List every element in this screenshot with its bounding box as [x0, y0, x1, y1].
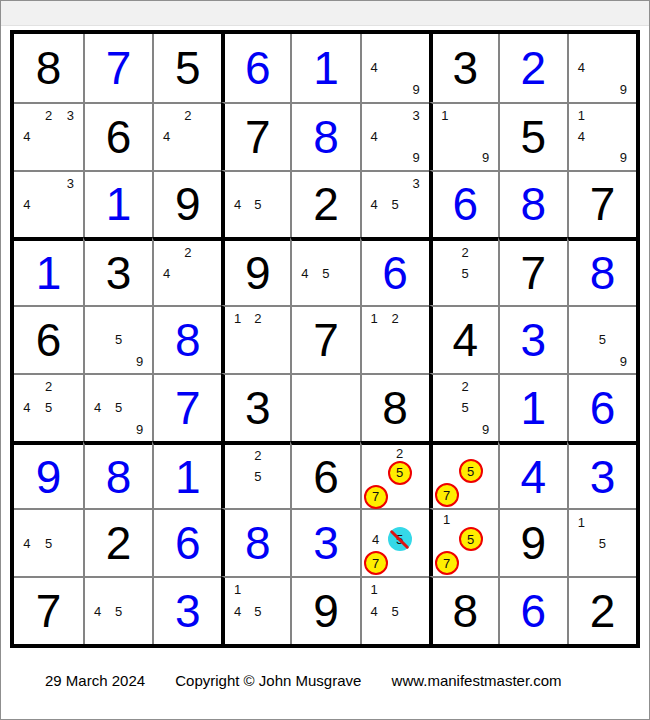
cell-r2c8[interactable]: 5	[498, 102, 567, 170]
cell-r8c8[interactable]: 9	[498, 508, 567, 576]
cell-r1c6[interactable]: 49	[360, 34, 429, 102]
candidate-slot-4	[435, 459, 459, 483]
candidate-slot-6	[613, 533, 634, 554]
candidate-slot-6	[198, 126, 219, 147]
candidate-5: 5	[42, 400, 56, 415]
candidate-5-cyan-eliminated: 5	[388, 527, 412, 551]
pencil-marks: 234	[14, 104, 83, 170]
candidate-slot-2	[592, 308, 613, 329]
candidate-slot-5	[592, 126, 613, 147]
cell-r3c7[interactable]: 6	[429, 170, 498, 238]
candidate-slot-3	[475, 376, 495, 397]
candidate-5: 5	[42, 536, 56, 551]
candidate-slot-6	[59, 397, 81, 418]
pencil-marks: 145	[225, 578, 290, 644]
candidate-slot-1: 1	[227, 579, 247, 600]
candidate-slot-8	[248, 215, 268, 236]
big-digit: 7	[569, 172, 636, 238]
cell-r2c3[interactable]: 24	[152, 102, 221, 170]
candidate-slot-3	[475, 105, 495, 126]
cell-r1c4[interactable]: 6	[221, 34, 290, 102]
cell-r1c8[interactable]: 2	[498, 34, 567, 102]
cell-r6c8[interactable]: 1	[498, 373, 567, 441]
candidate-slot-9	[268, 215, 288, 236]
candidate-4: 4	[369, 532, 383, 547]
big-digit: 1	[14, 241, 83, 305]
candidate-slot-5: 5	[248, 466, 268, 487]
candidate-slot-8	[108, 418, 129, 439]
big-digit: 5	[154, 34, 221, 102]
candidate-slot-2	[38, 511, 60, 532]
cell-r8c7[interactable]: 157	[429, 508, 498, 576]
candidate-slot-9	[59, 554, 81, 575]
candidate-4: 4	[367, 60, 381, 75]
cell-r9c2[interactable]: 45	[83, 576, 152, 644]
pencil-marks: 345	[362, 172, 429, 238]
candidate-slot-7	[294, 284, 315, 305]
candidate-4: 4	[20, 400, 34, 415]
pencil-marks: 459	[85, 375, 152, 441]
candidate-slot-1	[87, 376, 108, 397]
big-digit: 7	[14, 578, 83, 644]
cell-r4c5[interactable]: 45	[290, 237, 359, 305]
candidate-slot-6	[406, 329, 427, 350]
candidate-slot-6	[412, 461, 427, 485]
candidate-slot-4: 4	[364, 126, 385, 147]
candidate-slot-7	[571, 351, 592, 372]
candidate-4: 4	[231, 604, 245, 619]
cell-r8c6[interactable]: 457	[360, 508, 429, 576]
candidate-slot-6	[129, 397, 150, 418]
candidate-slot-7	[364, 351, 385, 372]
candidate-slot-9	[412, 551, 427, 575]
candidate-slot-2: 2	[38, 105, 60, 126]
candidate-5-yellow-circle: 5	[459, 527, 483, 551]
candidate-slot-8	[248, 622, 268, 643]
candidate-slot-1: 1	[364, 308, 385, 329]
cell-r1c1[interactable]: 8	[14, 34, 83, 102]
candidate-slot-9: 9	[475, 147, 495, 168]
candidate-2: 2	[458, 245, 472, 260]
cell-r2c5[interactable]: 8	[290, 102, 359, 170]
cell-r5c7[interactable]: 4	[429, 305, 498, 373]
candidate-9: 9	[479, 422, 493, 437]
cell-r8c2[interactable]: 2	[83, 508, 152, 576]
candidate-slot-1	[435, 376, 455, 397]
candidate-slot-7: 7	[435, 551, 459, 575]
cell-r7c4[interactable]: 25	[221, 441, 290, 509]
candidate-slot-6	[129, 329, 150, 350]
candidate-slot-4: 4	[156, 263, 177, 284]
big-digit: 8	[362, 375, 429, 441]
candidate-slot-8	[108, 351, 129, 372]
cell-r5c8[interactable]: 3	[498, 305, 567, 373]
candidate-slot-3	[268, 308, 288, 329]
pencil-marks: 12	[225, 307, 290, 373]
candidate-5-yellow-circle: 5	[459, 459, 483, 483]
candidate-1: 1	[367, 311, 381, 326]
pencil-marks: 59	[85, 307, 152, 373]
candidate-slot-8	[455, 418, 475, 439]
candidate-5: 5	[458, 400, 472, 415]
candidate-1: 1	[574, 515, 588, 530]
candidate-slot-1	[364, 35, 385, 57]
candidate-slot-2	[385, 579, 406, 600]
candidate-slot-7: 7	[364, 485, 388, 509]
cell-r6c2[interactable]: 459	[83, 373, 152, 441]
cell-r8c1[interactable]: 45	[14, 508, 83, 576]
cell-r7c2[interactable]: 8	[83, 441, 152, 509]
candidate-slot-8	[248, 351, 268, 372]
candidate-slot-1: 1	[364, 579, 385, 600]
candidate-slot-9	[198, 284, 219, 305]
candidate-slot-8	[177, 284, 198, 305]
candidate-slot-8	[385, 79, 406, 101]
big-digit: 3	[569, 445, 636, 509]
candidate-5: 5	[458, 266, 472, 281]
candidate-5: 5	[388, 604, 402, 619]
candidate-slot-2: 2	[177, 105, 198, 126]
candidate-2: 2	[393, 446, 407, 461]
cell-r2c4[interactable]: 7	[221, 102, 290, 170]
cell-r5c1[interactable]: 6	[14, 305, 83, 373]
cell-r1c9[interactable]: 49	[567, 34, 636, 102]
cell-r9c3[interactable]: 3	[152, 576, 221, 644]
cell-r7c1[interactable]: 9	[14, 441, 83, 509]
cell-r4c6[interactable]: 6	[360, 237, 429, 305]
candidate-4: 4	[91, 400, 105, 415]
candidate-slot-3	[129, 308, 150, 329]
candidate-2: 2	[251, 311, 265, 326]
candidate-slot-9	[475, 284, 495, 305]
cell-r1c7[interactable]: 3	[429, 34, 498, 102]
candidate-slot-2	[459, 446, 483, 460]
candidate-slot-3: 3	[59, 173, 81, 194]
candidate-2: 2	[42, 108, 56, 123]
candidate-1: 1	[367, 582, 381, 597]
candidate-slot-4: 4	[364, 527, 388, 551]
cell-r8c4[interactable]: 8	[221, 508, 290, 576]
cell-r5c5[interactable]: 7	[290, 305, 359, 373]
candidate-slot-7	[364, 215, 385, 236]
cell-r9c6[interactable]: 145	[360, 576, 429, 644]
cell-r7c7[interactable]: 57	[429, 441, 498, 509]
cell-r2c1[interactable]: 234	[14, 102, 83, 170]
candidate-7-yellow-circle: 7	[364, 485, 388, 509]
candidate-9: 9	[616, 354, 630, 369]
candidate-slot-1: 1	[571, 511, 592, 532]
candidate-slot-8	[385, 622, 406, 643]
big-digit: 3	[85, 241, 152, 305]
candidate-slot-2	[385, 35, 406, 57]
big-digit: 9	[154, 172, 221, 238]
footer-copyright: Copyright © John Musgrave	[175, 672, 361, 689]
big-digit: 8	[292, 104, 359, 170]
candidate-slot-1	[156, 105, 177, 126]
candidate-slot-9	[268, 351, 288, 372]
big-digit: 9	[14, 445, 83, 509]
cell-r7c8[interactable]: 4	[498, 441, 567, 509]
candidate-2: 2	[181, 108, 195, 123]
cell-r3c6[interactable]: 345	[360, 170, 429, 238]
cell-r2c7[interactable]: 19	[429, 102, 498, 170]
candidate-slot-2	[592, 35, 613, 57]
cell-r2c6[interactable]: 349	[360, 102, 429, 170]
cell-r5c2[interactable]: 59	[83, 305, 152, 373]
candidate-slot-8	[248, 487, 268, 508]
big-digit: 2	[500, 34, 567, 102]
big-digit: 9	[500, 510, 567, 576]
candidate-slot-8	[385, 215, 406, 236]
big-digit: 3	[154, 578, 221, 644]
candidate-slot-1	[364, 511, 388, 527]
candidate-slot-1	[227, 173, 247, 194]
cell-r6c6[interactable]: 8	[360, 373, 429, 441]
cell-r2c9[interactable]: 149	[567, 102, 636, 170]
candidate-slot-4: 4	[156, 126, 177, 147]
candidate-slot-6	[268, 194, 288, 215]
candidate-slot-8	[177, 147, 198, 168]
pencil-marks: 157	[433, 510, 498, 576]
cell-r3c1[interactable]: 34	[14, 170, 83, 238]
candidate-slot-1	[156, 242, 177, 263]
cell-r7c3[interactable]: 1	[152, 441, 221, 509]
pencil-marks: 49	[362, 34, 429, 102]
cell-r4c2[interactable]: 3	[83, 237, 152, 305]
cell-r5c3[interactable]: 8	[152, 305, 221, 373]
candidate-slot-5: 5	[108, 329, 129, 350]
cell-r4c3[interactable]: 24	[152, 237, 221, 305]
candidate-slot-4: 4	[87, 397, 108, 418]
cell-r9c7[interactable]: 8	[429, 576, 498, 644]
candidate-slot-8	[459, 483, 483, 507]
candidate-5: 5	[595, 536, 609, 551]
candidate-slot-8	[385, 147, 406, 168]
candidate-slot-3	[198, 242, 219, 263]
cell-r9c1[interactable]: 7	[14, 576, 83, 644]
big-digit: 2	[85, 510, 152, 576]
candidate-slot-3	[268, 579, 288, 600]
candidate-slot-4: 4	[571, 57, 592, 79]
candidate-slot-4	[435, 263, 455, 284]
cell-r9c4[interactable]: 145	[221, 576, 290, 644]
candidate-slot-5: 5	[248, 194, 268, 215]
cell-r6c4[interactable]: 3	[221, 373, 290, 441]
candidate-slot-3	[129, 579, 150, 600]
candidate-slot-6	[613, 126, 634, 147]
candidate-slot-3: 3	[406, 173, 427, 194]
cell-r7c9[interactable]: 3	[567, 441, 636, 509]
cell-r6c9[interactable]: 6	[567, 373, 636, 441]
cell-r5c6[interactable]: 12	[360, 305, 429, 373]
candidate-slot-3: 3	[406, 105, 427, 126]
pencil-marks: 12	[362, 307, 429, 373]
big-digit: 6	[85, 104, 152, 170]
candidate-slot-5: 5	[455, 263, 475, 284]
cell-r3c3[interactable]: 9	[152, 170, 221, 238]
candidate-slot-3	[129, 376, 150, 397]
cell-r7c6[interactable]: 257	[360, 441, 429, 509]
cell-r7c5[interactable]: 6	[290, 441, 359, 509]
big-digit: 3	[500, 307, 567, 373]
pencil-marks: 25	[225, 445, 290, 509]
cell-r3c8[interactable]: 8	[498, 170, 567, 238]
candidate-slot-2	[108, 579, 129, 600]
candidate-slot-8	[38, 554, 60, 575]
candidate-slot-4: 4	[364, 600, 385, 621]
cell-r8c5[interactable]: 3	[290, 508, 359, 576]
candidate-slot-5	[38, 194, 60, 215]
pencil-marks: 24	[154, 104, 221, 170]
candidate-9: 9	[479, 150, 493, 165]
candidate-slot-4: 4	[16, 194, 38, 215]
candidate-slot-2	[455, 105, 475, 126]
cell-r4c9[interactable]: 8	[567, 237, 636, 305]
candidate-slot-4	[227, 329, 247, 350]
candidate-7-yellow-circle: 7	[364, 551, 388, 575]
candidate-slot-5: 5	[459, 527, 483, 551]
candidate-slot-5	[177, 263, 198, 284]
candidate-slot-3	[483, 511, 496, 527]
candidate-9: 9	[133, 354, 147, 369]
big-digit: 1	[85, 172, 152, 238]
candidate-slot-1	[364, 446, 388, 461]
candidate-slot-1: 1	[435, 511, 459, 527]
candidate-4: 4	[160, 129, 174, 144]
candidate-slot-9	[198, 147, 219, 168]
cell-r5c9[interactable]: 59	[567, 305, 636, 373]
cell-r6c5[interactable]	[290, 373, 359, 441]
candidate-slot-4: 4	[16, 533, 38, 554]
cell-r3c4[interactable]: 45	[221, 170, 290, 238]
cell-r6c7[interactable]: 259	[429, 373, 498, 441]
candidate-slot-9	[613, 554, 634, 575]
candidate-slot-5: 5	[385, 600, 406, 621]
candidate-slot-7	[364, 622, 385, 643]
cell-r2c2[interactable]: 6	[83, 102, 152, 170]
candidate-slot-1	[435, 446, 459, 460]
candidate-slot-8	[592, 79, 613, 101]
candidate-2: 2	[181, 245, 195, 260]
cell-r8c9[interactable]: 15	[567, 508, 636, 576]
candidate-slot-9	[268, 487, 288, 508]
candidate-slot-2: 2	[455, 376, 475, 397]
candidate-slot-9: 9	[406, 147, 427, 168]
candidate-2: 2	[251, 448, 265, 463]
candidate-slot-8	[455, 284, 475, 305]
candidate-slot-7	[16, 147, 38, 168]
candidate-slot-4: 4	[364, 57, 385, 79]
cell-r4c4[interactable]: 9	[221, 237, 290, 305]
cell-r3c5[interactable]: 2	[290, 170, 359, 238]
candidate-slot-1	[87, 308, 108, 329]
candidate-slot-1	[227, 446, 247, 467]
candidate-slot-9: 9	[613, 147, 634, 168]
candidate-slot-7	[156, 284, 177, 305]
candidate-slot-8	[38, 215, 60, 236]
candidate-slot-4	[364, 329, 385, 350]
candidate-slot-2	[248, 173, 268, 194]
candidate-slot-5	[385, 329, 406, 350]
big-digit: 6	[292, 445, 359, 509]
pencil-marks: 25	[433, 241, 498, 305]
candidate-4: 4	[367, 129, 381, 144]
candidate-slot-6	[412, 527, 427, 551]
candidate-slot-6	[59, 126, 81, 147]
big-digit: 7	[225, 104, 290, 170]
cell-r9c5[interactable]: 9	[290, 576, 359, 644]
candidate-slot-7	[571, 554, 592, 575]
candidate-slot-6	[475, 263, 495, 284]
candidate-slot-1	[87, 579, 108, 600]
cell-r3c2[interactable]: 1	[83, 170, 152, 238]
candidate-slot-3: 3	[59, 105, 81, 126]
candidate-slot-8	[459, 551, 483, 575]
candidate-slot-2: 2	[385, 308, 406, 329]
candidate-slot-4	[435, 126, 455, 147]
cell-r8c3[interactable]: 6	[152, 508, 221, 576]
cell-r6c1[interactable]: 245	[14, 373, 83, 441]
cell-r9c8[interactable]: 6	[498, 576, 567, 644]
candidate-slot-7	[16, 554, 38, 575]
big-digit: 6	[433, 172, 498, 238]
candidate-slot-2	[385, 173, 406, 194]
cell-r4c1[interactable]: 1	[14, 237, 83, 305]
candidate-slot-6	[613, 57, 634, 79]
candidate-slot-4	[571, 533, 592, 554]
big-digit: 3	[292, 510, 359, 576]
cell-r5c4[interactable]: 12	[221, 305, 290, 373]
candidate-slot-4	[87, 329, 108, 350]
cell-r4c8[interactable]: 7	[498, 237, 567, 305]
candidate-slot-8	[38, 418, 60, 439]
candidate-slot-3	[613, 511, 634, 532]
candidate-slot-2: 2	[38, 376, 60, 397]
candidate-slot-4: 4	[227, 194, 247, 215]
big-digit: 2	[569, 578, 636, 644]
cell-r9c9[interactable]: 2	[567, 576, 636, 644]
big-digit: 7	[292, 307, 359, 373]
big-digit: 7	[85, 34, 152, 102]
candidate-3: 3	[63, 176, 77, 191]
candidate-slot-8	[592, 147, 613, 168]
candidate-slot-2	[592, 105, 613, 126]
pencil-marks: 45	[85, 578, 152, 644]
candidate-3: 3	[63, 108, 77, 123]
cell-r1c3[interactable]: 5	[152, 34, 221, 102]
candidate-4: 4	[574, 129, 588, 144]
cell-r6c3[interactable]: 7	[152, 373, 221, 441]
candidate-slot-2	[315, 242, 336, 263]
pencil-marks: 49	[569, 34, 636, 102]
cell-r1c2[interactable]: 7	[83, 34, 152, 102]
cell-r1c5[interactable]: 1	[290, 34, 359, 102]
candidate-9: 9	[409, 82, 423, 97]
candidate-slot-6	[613, 329, 634, 350]
pencil-marks: 245	[14, 375, 83, 441]
candidate-slot-1	[364, 173, 385, 194]
candidate-slot-6	[59, 194, 81, 215]
candidate-slot-5: 5	[108, 397, 129, 418]
candidate-slot-2	[388, 511, 412, 527]
candidate-slot-3	[412, 446, 427, 461]
cell-r4c7[interactable]: 25	[429, 237, 498, 305]
candidate-slot-6	[406, 600, 427, 621]
pencil-marks: 149	[569, 104, 636, 170]
cell-r3c9[interactable]: 7	[567, 170, 636, 238]
candidate-5: 5	[595, 332, 609, 347]
candidate-slot-3	[406, 579, 427, 600]
